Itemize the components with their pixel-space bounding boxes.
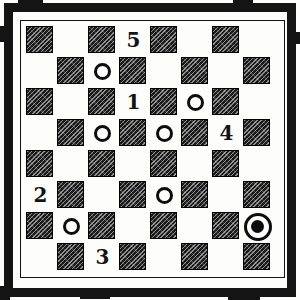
square-r7c4[interactable] [118, 211, 149, 242]
square-r6c5[interactable] [149, 180, 180, 211]
piece-centre-dot [251, 220, 264, 233]
square-r7c8[interactable] [242, 211, 273, 242]
square-r8c6[interactable] [180, 242, 211, 273]
square-r5c3[interactable] [87, 149, 118, 180]
number-label: 5 [127, 30, 141, 50]
white-man-piece[interactable] [187, 94, 204, 111]
square-r2c2[interactable] [56, 56, 87, 87]
square-r4c7[interactable]: 4 [211, 118, 242, 149]
square-r2c6[interactable] [180, 56, 211, 87]
white-man-piece[interactable] [63, 218, 80, 235]
black-ringed-piece[interactable] [244, 213, 272, 241]
square-r4c2[interactable] [56, 118, 87, 149]
square-r8c5[interactable] [149, 242, 180, 273]
square-r2c3[interactable] [87, 56, 118, 87]
square-r2c8[interactable] [242, 56, 273, 87]
square-r1c8[interactable] [242, 25, 273, 56]
square-r3c1[interactable] [25, 87, 56, 118]
square-r7c1[interactable] [25, 211, 56, 242]
square-r8c3[interactable]: 3 [87, 242, 118, 273]
square-r1c2[interactable] [56, 25, 87, 56]
square-r4c5[interactable] [149, 118, 180, 149]
square-r1c4[interactable]: 5 [118, 25, 149, 56]
square-r6c3[interactable] [87, 180, 118, 211]
square-r2c1[interactable] [25, 56, 56, 87]
square-r6c8[interactable] [242, 180, 273, 211]
square-r3c3[interactable] [87, 87, 118, 118]
square-r8c8[interactable] [242, 242, 273, 273]
square-r5c1[interactable] [25, 149, 56, 180]
square-r8c2[interactable] [56, 242, 87, 273]
square-r1c5[interactable] [149, 25, 180, 56]
checkers-board: 51423 [25, 25, 273, 273]
square-r5c2[interactable] [56, 149, 87, 180]
square-r3c8[interactable] [242, 87, 273, 118]
square-r4c3[interactable] [87, 118, 118, 149]
square-r6c7[interactable] [211, 180, 242, 211]
square-r3c2[interactable] [56, 87, 87, 118]
number-label: 1 [127, 92, 141, 112]
square-r4c6[interactable] [180, 118, 211, 149]
square-r3c7[interactable] [211, 87, 242, 118]
white-man-piece[interactable] [156, 187, 173, 204]
white-man-piece[interactable] [94, 63, 111, 80]
square-r7c3[interactable] [87, 211, 118, 242]
square-r7c6[interactable] [180, 211, 211, 242]
square-r5c8[interactable] [242, 149, 273, 180]
square-r7c5[interactable] [149, 211, 180, 242]
square-r6c4[interactable] [118, 180, 149, 211]
square-r4c1[interactable] [25, 118, 56, 149]
square-r1c3[interactable] [87, 25, 118, 56]
square-r7c7[interactable] [211, 211, 242, 242]
number-label: 3 [96, 247, 110, 267]
square-r2c5[interactable] [149, 56, 180, 87]
ink-blemish [296, 32, 300, 44]
white-man-piece[interactable] [156, 125, 173, 142]
square-r1c6[interactable] [180, 25, 211, 56]
square-r1c7[interactable] [211, 25, 242, 56]
square-r7c2[interactable] [56, 211, 87, 242]
square-r5c6[interactable] [180, 149, 211, 180]
square-r5c4[interactable] [118, 149, 149, 180]
square-r8c7[interactable] [211, 242, 242, 273]
square-r3c6[interactable] [180, 87, 211, 118]
printed-diagram-page: 51423 [0, 0, 300, 300]
square-r3c5[interactable] [149, 87, 180, 118]
square-r6c2[interactable] [56, 180, 87, 211]
square-r5c5[interactable] [149, 149, 180, 180]
square-r6c6[interactable] [180, 180, 211, 211]
square-r4c4[interactable] [118, 118, 149, 149]
square-r1c1[interactable] [25, 25, 56, 56]
square-r3c4[interactable]: 1 [118, 87, 149, 118]
square-r8c4[interactable] [118, 242, 149, 273]
square-r2c7[interactable] [211, 56, 242, 87]
white-man-piece[interactable] [94, 125, 111, 142]
square-r2c4[interactable] [118, 56, 149, 87]
square-r5c7[interactable] [211, 149, 242, 180]
number-label: 2 [34, 185, 48, 205]
square-r6c1[interactable]: 2 [25, 180, 56, 211]
square-r4c8[interactable] [242, 118, 273, 149]
square-r8c1[interactable] [25, 242, 56, 273]
number-label: 4 [220, 123, 234, 143]
